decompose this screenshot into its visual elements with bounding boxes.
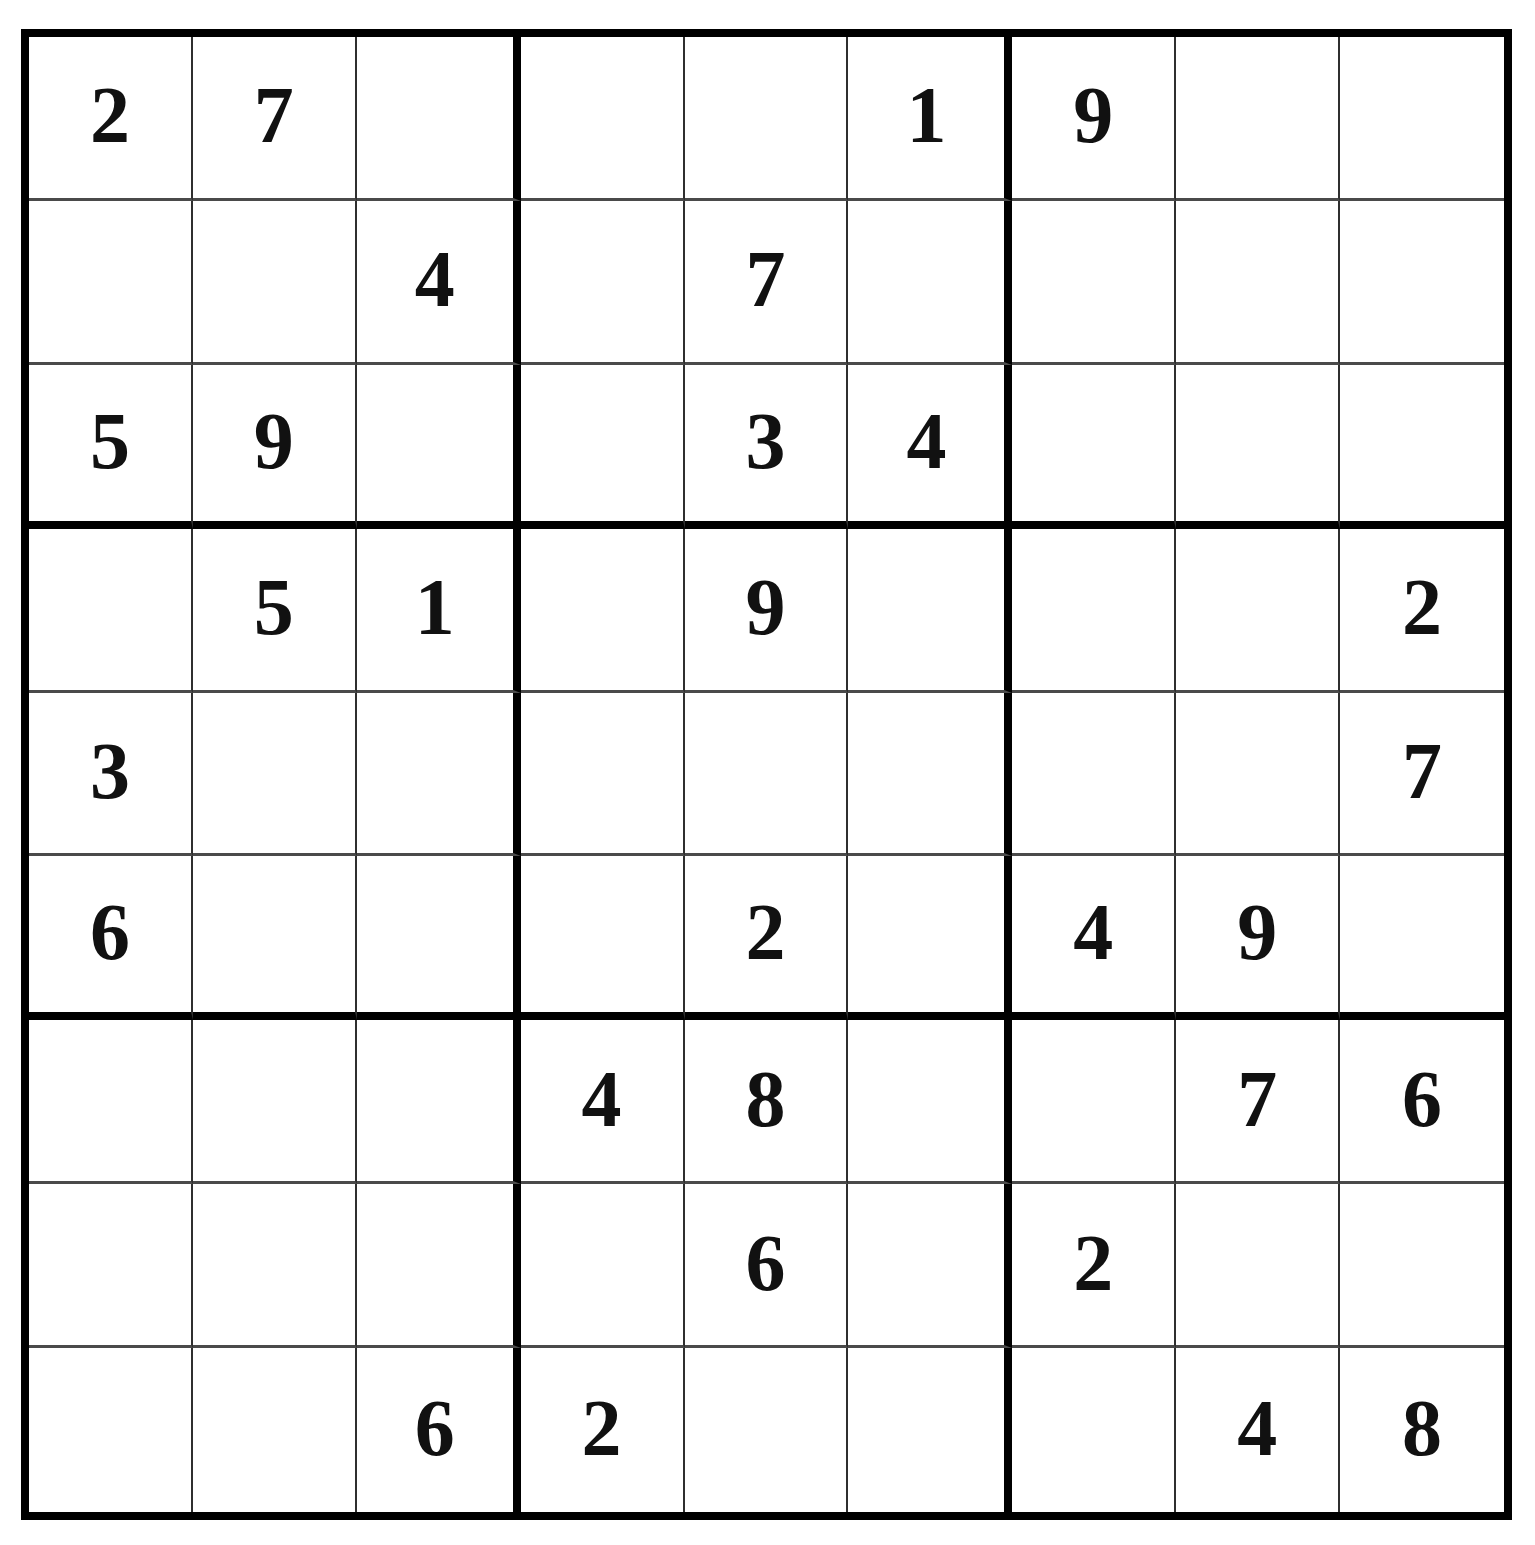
cell-r8c6[interactable] [848,1184,1012,1348]
cell-r3c5: 3 [685,365,849,529]
cell-r5c8[interactable] [1176,693,1340,857]
cell-r2c3: 4 [357,201,521,365]
cell-r3c7[interactable] [1012,365,1176,529]
cell-r7c1[interactable] [29,1020,193,1184]
cell-r3c6: 4 [848,365,1012,529]
given-digit: 9 [1237,892,1277,972]
cell-r2c6[interactable] [848,201,1012,365]
cell-r9c1[interactable] [29,1348,193,1512]
cell-r6c4[interactable] [521,856,685,1020]
cell-r1c3[interactable] [357,37,521,201]
given-digit: 7 [1402,731,1442,811]
cell-r8c9[interactable] [1340,1184,1504,1348]
cell-r2c2[interactable] [193,201,357,365]
given-digit: 5 [254,567,294,647]
cell-r1c5[interactable] [685,37,849,201]
given-digit: 9 [254,401,294,481]
given-digit: 4 [906,401,946,481]
given-digit: 4 [415,239,455,319]
given-digit: 2 [1402,567,1442,647]
given-digit: 4 [582,1059,622,1139]
cell-r1c7: 9 [1012,37,1176,201]
given-digit: 9 [745,567,785,647]
cell-r5c9: 7 [1340,693,1504,857]
cell-r9c8: 4 [1176,1348,1340,1512]
cell-r6c5: 2 [685,856,849,1020]
cell-r4c7[interactable] [1012,529,1176,693]
cell-r6c6[interactable] [848,856,1012,1020]
cell-r8c3[interactable] [357,1184,521,1348]
cell-r2c9[interactable] [1340,201,1504,365]
cell-r5c6[interactable] [848,693,1012,857]
given-digit: 7 [745,239,785,319]
given-digit: 4 [1237,1388,1277,1468]
given-digit: 8 [745,1059,785,1139]
cell-r9c3: 6 [357,1348,521,1512]
given-digit: 3 [90,731,130,811]
cell-r8c7: 2 [1012,1184,1176,1348]
given-digit: 7 [1237,1059,1277,1139]
cell-r5c7[interactable] [1012,693,1176,857]
given-digit: 2 [745,892,785,972]
cell-r1c6: 1 [848,37,1012,201]
cell-r2c1[interactable] [29,201,193,365]
given-digit: 8 [1402,1388,1442,1468]
cell-r6c9[interactable] [1340,856,1504,1020]
cell-r8c4[interactable] [521,1184,685,1348]
cell-r2c7[interactable] [1012,201,1176,365]
cell-r9c7[interactable] [1012,1348,1176,1512]
cell-r7c3[interactable] [357,1020,521,1184]
cell-r6c2[interactable] [193,856,357,1020]
cell-r7c2[interactable] [193,1020,357,1184]
cell-r1c8[interactable] [1176,37,1340,201]
cell-r6c3[interactable] [357,856,521,1020]
cell-r3c2: 9 [193,365,357,529]
cell-r6c8: 9 [1176,856,1340,1020]
cell-r8c5: 6 [685,1184,849,1348]
cell-r8c8[interactable] [1176,1184,1340,1348]
cell-r4c3: 1 [357,529,521,693]
cell-r4c2: 5 [193,529,357,693]
cell-r3c3[interactable] [357,365,521,529]
cell-r3c1: 5 [29,365,193,529]
cell-r7c8: 7 [1176,1020,1340,1184]
cell-r7c5: 8 [685,1020,849,1184]
given-digit: 6 [1402,1059,1442,1139]
cell-r5c1: 3 [29,693,193,857]
given-digit: 5 [90,401,130,481]
given-digit: 1 [906,75,946,155]
cell-r7c4: 4 [521,1020,685,1184]
given-digit: 1 [415,567,455,647]
cell-r8c2[interactable] [193,1184,357,1348]
cell-r6c7: 4 [1012,856,1176,1020]
cell-r1c1: 2 [29,37,193,201]
cell-r5c3[interactable] [357,693,521,857]
cell-r6c1: 6 [29,856,193,1020]
cell-r7c7[interactable] [1012,1020,1176,1184]
cell-r2c8[interactable] [1176,201,1340,365]
cell-r9c6[interactable] [848,1348,1012,1512]
given-digit: 3 [745,401,785,481]
cell-r3c9[interactable] [1340,365,1504,529]
cell-r7c6[interactable] [848,1020,1012,1184]
given-digit: 2 [90,75,130,155]
sudoku-board: 271947593451923762494876626248 [21,29,1512,1520]
cell-r5c4[interactable] [521,693,685,857]
cell-r4c6[interactable] [848,529,1012,693]
cell-r4c8[interactable] [1176,529,1340,693]
cell-r5c2[interactable] [193,693,357,857]
given-digit: 6 [745,1223,785,1303]
cell-r4c1[interactable] [29,529,193,693]
cell-r3c4[interactable] [521,365,685,529]
cell-r4c9: 2 [1340,529,1504,693]
cell-r9c5[interactable] [685,1348,849,1512]
given-digit: 6 [90,892,130,972]
cell-r4c5: 9 [685,529,849,693]
cell-r9c9: 8 [1340,1348,1504,1512]
cell-r9c2[interactable] [193,1348,357,1512]
cell-r5c5[interactable] [685,693,849,857]
given-digit: 2 [1073,1223,1113,1303]
cell-r1c2: 7 [193,37,357,201]
given-digit: 9 [1073,75,1113,155]
given-digit: 7 [254,75,294,155]
cell-r3c8[interactable] [1176,365,1340,529]
given-digit: 4 [1073,892,1113,972]
cell-r8c1[interactable] [29,1184,193,1348]
cell-r2c5: 7 [685,201,849,365]
cell-r4c4[interactable] [521,529,685,693]
cell-r1c9[interactable] [1340,37,1504,201]
given-digit: 6 [415,1388,455,1468]
cell-r1c4[interactable] [521,37,685,201]
cell-r2c4[interactable] [521,201,685,365]
given-digit: 2 [582,1388,622,1468]
cell-r7c9: 6 [1340,1020,1504,1184]
cell-r9c4: 2 [521,1348,685,1512]
sudoku-page: 271947593451923762494876626248 [0,0,1535,1545]
